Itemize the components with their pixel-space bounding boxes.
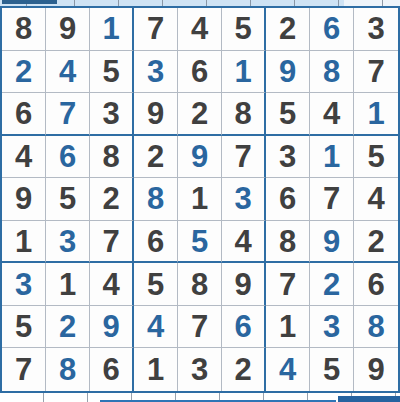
sudoku-cell-r5c1[interactable]: 9 [2, 178, 46, 221]
sudoku-cell-r5c4[interactable]: 8 [134, 178, 178, 221]
given-digit: 2 [147, 141, 164, 172]
given-digit: 9 [59, 13, 76, 44]
given-digit: 7 [15, 354, 32, 385]
given-digit: 2 [102, 183, 119, 214]
sudoku-cell-r8c6[interactable]: 6 [222, 306, 266, 349]
solved-digit: 7 [59, 98, 76, 129]
sudoku-cell-r3c6[interactable]: 8 [222, 93, 266, 136]
solved-digit: 4 [279, 354, 296, 385]
sudoku-cell-r8c7[interactable]: 1 [266, 306, 310, 349]
given-digit: 4 [323, 98, 340, 129]
sudoku-cell-r2c4[interactable]: 3 [134, 51, 178, 94]
selection-fragment-top [2, 0, 57, 4]
sudoku-cell-r7c2[interactable]: 1 [46, 263, 90, 306]
sudoku-cell-r3c8[interactable]: 4 [310, 93, 354, 136]
solved-digit: 8 [59, 354, 76, 385]
sudoku-cell-r5c8[interactable]: 7 [310, 178, 354, 221]
sudoku-cell-r6c9[interactable]: 2 [354, 221, 398, 264]
sudoku-cell-r8c1[interactable]: 5 [2, 306, 46, 349]
given-digit: 8 [102, 141, 119, 172]
sudoku-cell-r6c6[interactable]: 4 [222, 221, 266, 264]
given-digit: 6 [15, 98, 32, 129]
sudoku-cell-r6c3[interactable]: 7 [90, 221, 134, 264]
sudoku-cell-r1c6[interactable]: 5 [222, 8, 266, 51]
sudoku-cell-r4c5[interactable]: 9 [178, 136, 222, 179]
sudoku-cell-r4c4[interactable]: 2 [134, 136, 178, 179]
given-digit: 7 [191, 311, 208, 342]
solved-digit: 1 [323, 141, 340, 172]
sudoku-cell-r9c4[interactable]: 1 [134, 348, 178, 391]
given-digit: 1 [191, 183, 208, 214]
sudoku-cell-r7c9[interactable]: 6 [354, 263, 398, 306]
solved-digit: 1 [102, 13, 119, 44]
sudoku-cell-r4c1[interactable]: 4 [2, 136, 46, 179]
sudoku-cell-r7c8[interactable]: 2 [310, 263, 354, 306]
sudoku-cell-r1c9[interactable]: 3 [354, 8, 398, 51]
given-digit: 8 [234, 98, 251, 129]
sudoku-cell-r3c4[interactable]: 9 [134, 93, 178, 136]
sudoku-cell-r1c8[interactable]: 6 [310, 8, 354, 51]
sudoku-cell-r2c3[interactable]: 5 [90, 51, 134, 94]
sudoku-cell-r4c2[interactable]: 6 [46, 136, 90, 179]
sudoku-cell-r8c9[interactable]: 8 [354, 306, 398, 349]
solved-digit: 3 [323, 311, 340, 342]
sudoku-cell-r1c2[interactable]: 9 [46, 8, 90, 51]
given-digit: 6 [367, 269, 384, 300]
selection-fragment-bottom [338, 396, 400, 402]
sudoku-cell-r2c1[interactable]: 2 [2, 51, 46, 94]
sudoku-cell-r2c2[interactable]: 4 [46, 51, 90, 94]
sudoku-cell-r3c9[interactable]: 1 [354, 93, 398, 136]
sudoku-cell-r9c2[interactable]: 8 [46, 348, 90, 391]
sudoku-cell-r9c6[interactable]: 2 [222, 348, 266, 391]
sudoku-cell-r3c7[interactable]: 5 [266, 93, 310, 136]
sudoku-cell-r7c6[interactable]: 9 [222, 263, 266, 306]
given-digit: 1 [147, 354, 164, 385]
solved-digit: 3 [15, 269, 32, 300]
given-digit: 1 [279, 311, 296, 342]
given-digit: 6 [147, 226, 164, 257]
sudoku-cell-r7c7[interactable]: 7 [266, 263, 310, 306]
sudoku-cell-r4c3[interactable]: 8 [90, 136, 134, 179]
sudoku-cell-r1c5[interactable]: 4 [178, 8, 222, 51]
given-digit: 7 [279, 269, 296, 300]
given-digit: 3 [102, 98, 119, 129]
given-digit: 5 [102, 56, 119, 87]
sudoku-cell-r9c5[interactable]: 3 [178, 348, 222, 391]
given-digit: 2 [367, 226, 384, 257]
sudoku-cell-r3c5[interactable]: 2 [178, 93, 222, 136]
given-digit: 5 [59, 183, 76, 214]
given-digit: 3 [279, 141, 296, 172]
sudoku-cell-r3c2[interactable]: 7 [46, 93, 90, 136]
given-digit: 8 [15, 13, 32, 44]
sudoku-cell-r9c1[interactable]: 7 [2, 348, 46, 391]
solved-digit: 6 [234, 311, 251, 342]
sudoku-cell-r5c3[interactable]: 2 [90, 178, 134, 221]
given-digit: 9 [367, 354, 384, 385]
solved-digit: 6 [59, 141, 76, 172]
given-digit: 4 [367, 183, 384, 214]
solved-digit: 3 [147, 56, 164, 87]
given-digit: 5 [15, 311, 32, 342]
given-digit: 2 [234, 354, 251, 385]
solved-digit: 4 [59, 56, 76, 87]
solved-digit: 4 [147, 311, 164, 342]
solved-digit: 5 [191, 226, 208, 257]
solved-digit: 1 [234, 56, 251, 87]
sudoku-cell-r2c5[interactable]: 6 [178, 51, 222, 94]
solved-digit: 3 [234, 183, 251, 214]
solved-digit: 9 [323, 226, 340, 257]
solved-digit: 2 [323, 269, 340, 300]
sudoku-cell-r7c5[interactable]: 8 [178, 263, 222, 306]
sudoku-cell-r1c3[interactable]: 1 [90, 8, 134, 51]
partial-row-below [0, 393, 400, 402]
given-digit: 7 [147, 13, 164, 44]
given-digit: 4 [15, 141, 32, 172]
given-digit: 8 [279, 226, 296, 257]
sudoku-cell-r8c3[interactable]: 9 [90, 306, 134, 349]
solved-digit: 9 [191, 141, 208, 172]
sudoku-cell-r5c6[interactable]: 3 [222, 178, 266, 221]
solved-digit: 6 [323, 13, 340, 44]
sudoku-cell-r3c3[interactable]: 3 [90, 93, 134, 136]
given-digit: 9 [234, 269, 251, 300]
sudoku-cell-r3c1[interactable]: 6 [2, 93, 46, 136]
sudoku-cell-r1c4[interactable]: 7 [134, 8, 178, 51]
sudoku-page: 8917452632453619876739285414682973159528… [0, 0, 400, 402]
sudoku-cell-r2c6[interactable]: 1 [222, 51, 266, 94]
given-digit: 5 [234, 13, 251, 44]
sudoku-cell-r2c9[interactable]: 7 [354, 51, 398, 94]
sudoku-cell-r9c8[interactable]: 5 [310, 348, 354, 391]
given-digit: 8 [191, 269, 208, 300]
sudoku-cell-r6c1[interactable]: 1 [2, 221, 46, 264]
given-digit: 6 [279, 183, 296, 214]
solved-digit: 1 [367, 98, 384, 129]
sudoku-cell-r5c9[interactable]: 4 [354, 178, 398, 221]
sudoku-cell-r9c9[interactable]: 9 [354, 348, 398, 391]
solved-digit: 3 [59, 226, 76, 257]
given-digit: 7 [102, 226, 119, 257]
sudoku-cell-r5c5[interactable]: 1 [178, 178, 222, 221]
sudoku-cell-r8c2[interactable]: 2 [46, 306, 90, 349]
sudoku-cell-r5c7[interactable]: 6 [266, 178, 310, 221]
solved-digit: 2 [15, 56, 32, 87]
sudoku-cell-r7c4[interactable]: 5 [134, 263, 178, 306]
given-digit: 9 [147, 98, 164, 129]
sudoku-board: 8917452632453619876739285414682973159528… [0, 6, 400, 393]
sudoku-cell-r7c3[interactable]: 4 [90, 263, 134, 306]
given-digit: 5 [367, 141, 384, 172]
given-digit: 3 [191, 354, 208, 385]
sudoku-cell-r4c7[interactable]: 3 [266, 136, 310, 179]
sudoku-cell-r5c2[interactable]: 5 [46, 178, 90, 221]
given-digit: 7 [367, 56, 384, 87]
sudoku-cell-r6c4[interactable]: 6 [134, 221, 178, 264]
given-digit: 1 [59, 269, 76, 300]
sudoku-cell-r7c1[interactable]: 3 [2, 263, 46, 306]
sudoku-cell-r2c8[interactable]: 8 [310, 51, 354, 94]
solved-digit: 2 [59, 311, 76, 342]
solved-digit: 9 [102, 311, 119, 342]
given-digit: 7 [234, 141, 251, 172]
sudoku-cell-r8c8[interactable]: 3 [310, 306, 354, 349]
solved-digit: 8 [323, 56, 340, 87]
sudoku-cell-r9c7[interactable]: 4 [266, 348, 310, 391]
given-digit: 4 [234, 226, 251, 257]
given-digit: 5 [323, 354, 340, 385]
solved-digit: 8 [147, 183, 164, 214]
sudoku-cell-r6c8[interactable]: 9 [310, 221, 354, 264]
sudoku-cell-r2c7[interactable]: 9 [266, 51, 310, 94]
given-digit: 2 [279, 13, 296, 44]
solved-digit: 8 [367, 311, 384, 342]
sudoku-cell-r8c4[interactable]: 4 [134, 306, 178, 349]
given-digit: 7 [323, 183, 340, 214]
sudoku-cell-r1c1[interactable]: 8 [2, 8, 46, 51]
sudoku-cell-r8c5[interactable]: 7 [178, 306, 222, 349]
solved-digit: 9 [279, 56, 296, 87]
given-digit: 6 [102, 354, 119, 385]
sudoku-cell-r6c5[interactable]: 5 [178, 221, 222, 264]
given-digit: 3 [367, 13, 384, 44]
given-digit: 4 [102, 269, 119, 300]
given-digit: 4 [191, 13, 208, 44]
given-digit: 5 [279, 98, 296, 129]
sudoku-cell-r6c7[interactable]: 8 [266, 221, 310, 264]
given-digit: 9 [15, 183, 32, 214]
sudoku-cell-r4c9[interactable]: 5 [354, 136, 398, 179]
sudoku-cell-r9c3[interactable]: 6 [90, 348, 134, 391]
given-digit: 2 [191, 98, 208, 129]
given-digit: 6 [191, 56, 208, 87]
sudoku-cell-r1c7[interactable]: 2 [266, 8, 310, 51]
given-digit: 5 [147, 269, 164, 300]
sudoku-cell-r6c2[interactable]: 3 [46, 221, 90, 264]
sudoku-cell-r4c8[interactable]: 1 [310, 136, 354, 179]
given-digit: 1 [15, 226, 32, 257]
sudoku-cell-r4c6[interactable]: 7 [222, 136, 266, 179]
